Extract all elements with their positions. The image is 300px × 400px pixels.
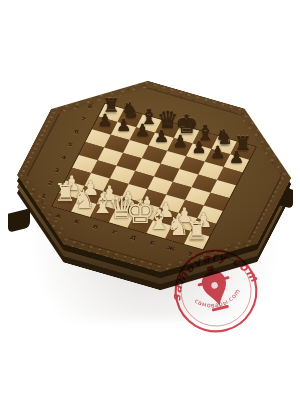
board-foot-left [8, 208, 30, 232]
product-photo-chess-set: АБВГДЕЖЗ87654321 ♜♞♝♛♚♝♞♜♟♟♟♟♟♟♟♟♟♟♟♟♟♟♟… [0, 0, 300, 400]
